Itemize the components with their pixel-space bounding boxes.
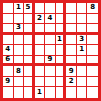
sudoku-cell[interactable]	[66, 56, 77, 67]
sudoku-cell[interactable]	[87, 14, 98, 25]
sudoku-cell[interactable]	[3, 3, 14, 14]
sudoku-cell[interactable]: 1	[56, 35, 67, 46]
sudoku-cell[interactable]	[66, 24, 77, 35]
sudoku-cell[interactable]	[77, 24, 88, 35]
sudoku-cell[interactable]	[87, 45, 98, 56]
sudoku-cell[interactable]	[56, 87, 67, 98]
sudoku-cell[interactable]: 2	[66, 77, 77, 88]
sudoku-cell[interactable]: 9	[3, 77, 14, 88]
sudoku-cell[interactable]	[87, 77, 98, 88]
sudoku-cell[interactable]: 8	[14, 66, 25, 77]
sudoku-cell[interactable]	[24, 45, 35, 56]
sudoku-cell[interactable]: 3	[14, 24, 25, 35]
sudoku-cell[interactable]	[45, 87, 56, 98]
sudoku-cell[interactable]	[56, 45, 67, 56]
sudoku-cell[interactable]	[45, 35, 56, 46]
sudoku-cell[interactable]: 9	[45, 56, 56, 67]
sudoku-cell[interactable]	[56, 56, 67, 67]
sudoku-cell[interactable]: 1	[14, 3, 25, 14]
sudoku-cell[interactable]: 3	[77, 35, 88, 46]
sudoku-cell[interactable]: 5	[24, 3, 35, 14]
sudoku-cell[interactable]	[14, 35, 25, 46]
sudoku-cell[interactable]	[14, 87, 25, 98]
sudoku-cell[interactable]	[56, 3, 67, 14]
sudoku-cell[interactable]	[87, 66, 98, 77]
sudoku-cell[interactable]	[3, 87, 14, 98]
sudoku-cell[interactable]: 1	[77, 45, 88, 56]
sudoku-cell[interactable]	[77, 14, 88, 25]
sudoku-cell[interactable]	[87, 87, 98, 98]
sudoku-cell[interactable]	[3, 66, 14, 77]
sudoku-cell[interactable]	[66, 87, 77, 98]
sudoku-cell[interactable]	[77, 66, 88, 77]
sudoku-cell[interactable]	[24, 87, 35, 98]
sudoku-cell[interactable]	[45, 77, 56, 88]
sudoku-board: 15824313416989921	[0, 0, 101, 101]
sudoku-cell[interactable]	[56, 14, 67, 25]
sudoku-cell[interactable]: 9	[66, 66, 77, 77]
sudoku-cell[interactable]	[14, 77, 25, 88]
sudoku-cell[interactable]	[45, 3, 56, 14]
sudoku-cell[interactable]	[14, 56, 25, 67]
sudoku-cell[interactable]	[35, 24, 46, 35]
sudoku-cell[interactable]: 6	[3, 56, 14, 67]
sudoku-cell[interactable]	[35, 45, 46, 56]
sudoku-cell[interactable]	[45, 24, 56, 35]
sudoku-cell[interactable]	[3, 14, 14, 25]
sudoku-cell[interactable]	[66, 3, 77, 14]
sudoku-cell[interactable]	[14, 45, 25, 56]
sudoku-cell[interactable]	[56, 24, 67, 35]
sudoku-cell[interactable]: 8	[87, 3, 98, 14]
sudoku-cell[interactable]	[35, 66, 46, 77]
sudoku-cell[interactable]	[24, 14, 35, 25]
sudoku-cell[interactable]	[56, 77, 67, 88]
sudoku-cell[interactable]	[24, 77, 35, 88]
sudoku-cell[interactable]	[35, 3, 46, 14]
sudoku-cell[interactable]	[77, 56, 88, 67]
sudoku-cell[interactable]: 2	[35, 14, 46, 25]
sudoku-cell[interactable]	[35, 35, 46, 46]
sudoku-cell[interactable]: 1	[35, 87, 46, 98]
sudoku-cell[interactable]	[66, 35, 77, 46]
sudoku-cell[interactable]	[35, 56, 46, 67]
sudoku-cell[interactable]	[56, 66, 67, 77]
sudoku-cell[interactable]	[66, 45, 77, 56]
sudoku-cell[interactable]	[3, 35, 14, 46]
sudoku-cell[interactable]	[66, 14, 77, 25]
sudoku-cell[interactable]	[24, 66, 35, 77]
sudoku-cell[interactable]	[35, 77, 46, 88]
sudoku-cell[interactable]	[24, 35, 35, 46]
sudoku-cell[interactable]	[87, 56, 98, 67]
sudoku-cell[interactable]: 4	[45, 14, 56, 25]
sudoku-cell[interactable]	[87, 35, 98, 46]
sudoku-cell[interactable]	[24, 24, 35, 35]
sudoku-cell[interactable]	[77, 3, 88, 14]
sudoku-cell[interactable]	[24, 56, 35, 67]
sudoku-cell[interactable]	[87, 24, 98, 35]
sudoku-cell[interactable]	[77, 87, 88, 98]
sudoku-cell[interactable]	[77, 77, 88, 88]
sudoku-cell[interactable]	[3, 24, 14, 35]
sudoku-cell[interactable]	[45, 66, 56, 77]
